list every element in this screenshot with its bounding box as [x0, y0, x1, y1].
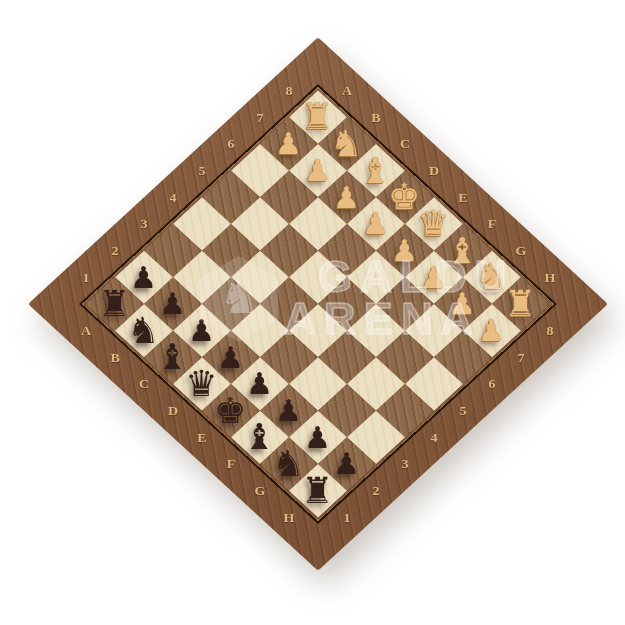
- rank-label-left-5: 5: [192, 161, 212, 179]
- dark-rook-h1: ♜: [302, 473, 334, 509]
- dark-pawn-c2: ♟: [189, 316, 216, 346]
- file-label-top-D: D: [424, 161, 444, 179]
- board-grid: ♜♞♝♚♛♝♞♜♟♟♟♟♟♟♟♟♟♟♟♟♟♟♟♟♜♞♝♛♚♝♞♜: [86, 91, 550, 518]
- rank-label-left-1: 1: [76, 268, 96, 286]
- rank-label-right-3: 3: [395, 455, 415, 473]
- file-label-top-H: H: [540, 268, 560, 286]
- rank-label-left-3: 3: [134, 215, 154, 233]
- light-pawn-a7: ♟: [276, 129, 303, 159]
- file-label-bottom-G: G: [250, 482, 270, 500]
- light-pawn-g7: ♟: [450, 289, 477, 319]
- file-label-bottom-C: C: [134, 375, 154, 393]
- rank-label-right-5: 5: [453, 401, 473, 419]
- dark-pawn-g2: ♟: [305, 422, 332, 452]
- rank-label-left-7: 7: [250, 108, 270, 126]
- file-label-bottom-B: B: [105, 348, 125, 366]
- rank-label-right-6: 6: [482, 375, 502, 393]
- light-rook-h8: ♜: [505, 286, 537, 322]
- rank-label-left-2: 2: [105, 241, 125, 259]
- file-label-bottom-F: F: [221, 455, 241, 473]
- dark-pawn-b2: ♟: [160, 289, 187, 319]
- file-label-bottom-D: D: [163, 401, 183, 419]
- file-label-bottom-A: A: [76, 321, 96, 339]
- file-label-top-F: F: [482, 215, 502, 233]
- dark-pawn-f2: ♟: [276, 396, 303, 426]
- rank-label-right-1: 1: [337, 508, 357, 526]
- file-label-top-A: A: [337, 81, 357, 99]
- light-pawn-e7: ♟: [392, 236, 419, 266]
- light-pawn-c7: ♟: [334, 182, 361, 212]
- file-label-top-E: E: [453, 188, 473, 206]
- light-pawn-d7: ♟: [363, 209, 390, 239]
- rank-label-right-2: 2: [366, 482, 386, 500]
- rank-label-right-4: 4: [424, 428, 444, 446]
- file-label-bottom-E: E: [192, 428, 212, 446]
- file-label-top-G: G: [511, 241, 531, 259]
- dark-pawn-d2: ♟: [218, 342, 245, 372]
- file-label-bottom-H: H: [279, 508, 299, 526]
- chessboard: ♜♞♝♚♛♝♞♜♟♟♟♟♟♟♟♟♟♟♟♟♟♟♟♟♜♞♝♛♚♝♞♜ AABBCCD…: [28, 37, 608, 570]
- rank-label-left-8: 8: [279, 81, 299, 99]
- file-label-top-C: C: [395, 135, 415, 153]
- dark-pawn-e2: ♟: [247, 369, 274, 399]
- chess-set-product-photo: ♜♞♝♚♛♝♞♜♟♟♟♟♟♟♟♟♟♟♟♟♟♟♟♟♜♞♝♛♚♝♞♜ AABBCCD…: [0, 0, 625, 625]
- light-pawn-b7: ♟: [305, 156, 332, 186]
- file-label-top-B: B: [366, 108, 386, 126]
- rank-label-left-6: 6: [221, 135, 241, 153]
- rank-label-right-7: 7: [511, 348, 531, 366]
- light-pawn-f7: ♟: [421, 262, 448, 292]
- rank-label-left-4: 4: [163, 188, 183, 206]
- dark-pawn-h2: ♟: [334, 449, 361, 479]
- light-pawn-h7: ♟: [478, 316, 505, 346]
- dark-pawn-a2: ♟: [131, 262, 158, 292]
- rank-label-right-8: 8: [540, 321, 560, 339]
